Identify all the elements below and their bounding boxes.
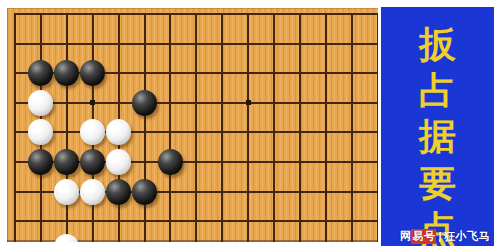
watermark-brand-badge: 易号 <box>411 229 436 244</box>
white-stone <box>54 234 79 242</box>
white-stone <box>80 179 105 205</box>
white-stone <box>28 90 53 116</box>
white-stone <box>80 119 105 145</box>
black-stone <box>28 60 53 86</box>
grid-line-vertical <box>169 13 171 242</box>
go-board <box>7 8 378 242</box>
black-stone <box>132 179 157 205</box>
grid-line-vertical <box>14 13 16 242</box>
grid-line-horizontal <box>14 43 378 45</box>
banner-char-2: 占 <box>381 68 494 114</box>
grid-line-vertical <box>273 13 275 242</box>
star-point <box>246 100 251 105</box>
black-stone <box>158 149 183 175</box>
white-stone <box>106 149 131 175</box>
grid-line-vertical <box>195 13 197 242</box>
black-stone <box>54 149 79 175</box>
white-stone <box>28 119 53 145</box>
page-background: 扳 占 据 要 点 网易号|狂小飞马 <box>0 0 498 250</box>
banner-char-3: 据 <box>381 114 494 160</box>
grid-line-horizontal <box>14 220 378 222</box>
black-stone <box>80 60 105 86</box>
grid-line-horizontal <box>14 13 378 15</box>
white-stone <box>54 179 79 205</box>
black-stone <box>132 90 157 116</box>
watermark-separator: | <box>436 230 444 242</box>
watermark-brand-prefix: 网 <box>400 229 412 244</box>
title-banner: 扳 占 据 要 点 <box>381 7 494 246</box>
watermark-account-name: 狂小飞马 <box>444 229 490 244</box>
grid-line-vertical <box>377 13 378 242</box>
grid-line-vertical <box>221 13 223 242</box>
black-stone <box>28 149 53 175</box>
watermark: 网易号|狂小飞马 <box>400 229 490 243</box>
banner-text-column: 扳 占 据 要 点 <box>381 7 494 246</box>
grid-line-vertical <box>351 13 353 242</box>
grid-line-vertical <box>66 13 68 242</box>
banner-char-1: 扳 <box>381 22 494 68</box>
grid-line-vertical <box>299 13 301 242</box>
star-point <box>90 100 95 105</box>
grid-line-vertical <box>247 13 249 242</box>
black-stone <box>106 179 131 205</box>
black-stone <box>54 60 79 86</box>
white-stone <box>106 119 131 145</box>
grid-line-horizontal <box>14 102 378 104</box>
banner-char-4: 要 <box>381 161 494 207</box>
black-stone <box>80 149 105 175</box>
grid-line-vertical <box>325 13 327 242</box>
grid-line-horizontal <box>14 131 378 133</box>
grid-line-vertical <box>144 13 146 242</box>
